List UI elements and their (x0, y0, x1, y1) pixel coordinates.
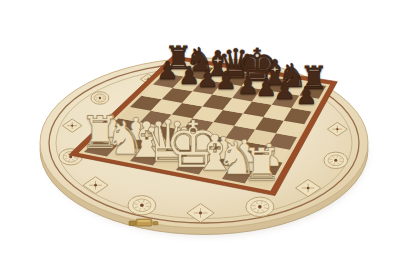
pieces-layer: ♜♞♝♛♚♝♞♜♟♟♟♟♟♟♟♟♟♟♟♟♟♟♟♟♜♞♝♛♚♝♞♜ (0, 0, 420, 259)
black-pawn-g7[interactable]: ♟ (272, 79, 296, 103)
white-rook-h1[interactable]: ♜ (239, 142, 284, 187)
black-pawn-d7[interactable]: ♟ (214, 69, 238, 93)
round-chess-set-photo: ♜♞♝♛♚♝♞♜♟♟♟♟♟♟♟♟♟♟♟♟♟♟♟♟♜♞♝♛♚♝♞♜ (0, 0, 420, 259)
black-pawn-h7[interactable]: ♟ (294, 84, 318, 108)
black-pawn-a7[interactable]: ♟ (155, 59, 179, 83)
